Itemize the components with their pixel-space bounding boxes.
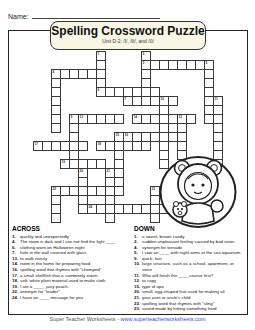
crossword-cell[interactable] [105,213,115,223]
clue-number: 14 [134,115,138,119]
clue-number: 19 [62,160,66,164]
crossword-cell[interactable] [78,177,88,187]
crossword-cell[interactable] [69,132,79,142]
clue-item: 10.large structure, such as a school, ap… [134,261,242,272]
crossword-cell[interactable] [159,123,169,133]
crossword-cell[interactable] [51,123,61,133]
worksheet-page: Name: Spelling Crossword Puzzle Unit D-2… [0,0,255,330]
crossword-cell[interactable] [78,141,88,151]
page-subtitle: Unit D-2: /ĭ/, /ŏ/, and /ŭ/ [51,38,205,44]
clue-number: 10 [161,97,165,101]
clue-number: 11 [215,97,218,101]
bear-costume-kid-icon [158,155,238,229]
clue-item-text: large structure, such as a school, apart… [142,261,242,272]
clue-number: 17 [35,142,39,146]
clue-number: 16 [125,133,129,137]
clue-number: 18 [98,142,102,146]
name-line[interactable] [32,10,160,19]
clue-number: 13 [80,115,84,119]
crossword-cell[interactable] [105,195,115,205]
clue-number: 5 [206,61,208,65]
clue-number: 24 [89,205,93,209]
footer-url[interactable]: www.superteacherworksheets.com [121,316,206,322]
footer-brand: Super Teacher Worksheets [49,316,115,322]
crossword-cell[interactable] [96,78,106,88]
clue-number: 4 [53,70,55,74]
clue-item: 23.sound made by hitting something hard [134,306,242,312]
name-label: Name: [8,13,29,20]
clue-item-number: 24. [12,295,18,301]
clue-number: 6 [98,88,100,92]
crossword-cell[interactable] [114,114,124,124]
clue-number: 9 [71,115,73,119]
crossword-cell[interactable] [96,60,106,70]
footer: Super Teacher Worksheets - www.superteac… [0,316,255,322]
clue-item-text: sound made by hitting something hard [142,306,242,312]
crossword-cell[interactable]: 2 [141,51,151,61]
crossword-cell[interactable] [141,141,151,151]
crossword-cell[interactable] [159,105,169,115]
crossword-cell[interactable] [78,204,88,214]
crossword-cell[interactable] [51,213,61,223]
clue-item-text: I have an ____ message for you. [20,295,129,301]
clue-number: 12 [179,115,183,119]
clue-number: 1 [98,52,100,56]
crossword-cell[interactable] [168,96,178,106]
clue-number: 20 [80,169,84,173]
crossword-cell[interactable] [114,177,124,187]
clue-number: 23 [152,187,156,191]
page-title: Spelling Crossword Puzzle [51,24,205,38]
clue-number: 21 [107,169,111,173]
crossword-cell[interactable] [105,177,115,187]
clue-number: 2 [143,52,145,56]
down-clues: DOWN 1.a sweet, brown candy2.sudden unpl… [134,225,242,312]
clue-number: 22 [53,187,57,191]
name-row: Name: [8,10,160,20]
across-header: ACROSS [12,225,129,232]
clue-item-number: 23. [134,306,140,312]
title-plaque: Spelling Crossword Puzzle Unit D-2: /ĭ/,… [50,21,206,50]
clue-number: 15 [116,133,120,137]
crossword-cell[interactable] [186,114,196,124]
crossword-cell[interactable] [141,78,151,88]
across-clues: ACROSS 3.quickly and unexpectedly4.The r… [12,225,129,301]
clue-item: 24.I have an ____ message for you. [12,295,129,301]
crossword-cell[interactable] [69,150,79,160]
crossword-cell[interactable] [114,186,124,196]
clue-item-number: 10. [134,261,140,272]
crossword-cell[interactable]: 15 [114,132,124,142]
clue-number: 3 [143,61,145,65]
clue-number: 7 [125,97,127,101]
